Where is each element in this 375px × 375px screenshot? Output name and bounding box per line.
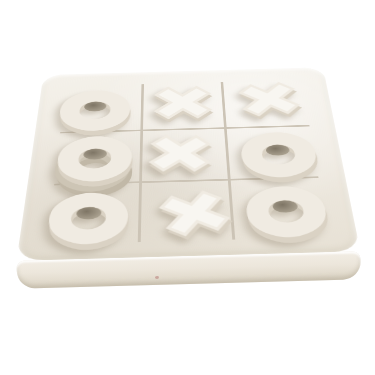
piece-top-glyph: ○	[60, 132, 129, 179]
piece-top-glyph: ○	[51, 187, 125, 240]
cell-r1c1[interactable]: ✖✖	[142, 129, 230, 184]
piece-top-glyph: ✖	[143, 130, 217, 181]
board-tilt-wrapper: ○○✖✖✖✖○○○○✖✖○○○○✖✖○○	[0, 0, 375, 375]
cell-r2c0[interactable]: ○○	[47, 183, 142, 245]
cell-r0c1[interactable]: ✖✖	[143, 82, 226, 131]
piece-top-glyph: ○	[248, 181, 325, 234]
ring-piece-r1c2[interactable]: ○○	[238, 127, 321, 175]
piece-top-glyph: ○	[243, 128, 315, 175]
piece-top-glyph: ✖	[149, 80, 217, 127]
piece-top-glyph: ○	[62, 86, 127, 128]
marble-speck	[155, 276, 159, 279]
cell-r2c2[interactable]: ○○	[230, 178, 328, 239]
ring-piece-r0c0[interactable]: ○○	[56, 85, 132, 128]
cell-r0c0[interactable]: ○○	[60, 84, 144, 133]
ring-piece-r2c2[interactable]: ○○	[242, 180, 331, 234]
ring-piece-r1c0[interactable]: ○○○○	[54, 131, 134, 179]
product-photo: ○○✖✖✖✖○○○○✖✖○○○○✖✖○○	[0, 0, 375, 375]
piece-top-glyph: ✖	[149, 181, 243, 249]
cell-r1c2[interactable]: ○○	[226, 126, 318, 180]
cross-piece-r1c1[interactable]: ✖✖	[140, 132, 220, 179]
ring-piece-r2c0[interactable]: ○○	[45, 187, 131, 242]
cross-piece-r0c1[interactable]: ✖✖	[146, 82, 221, 125]
cross-piece-r0c2[interactable]: ✖✖	[229, 77, 313, 123]
cell-r0c2[interactable]: ✖✖	[223, 80, 310, 129]
tictactoe-board: ○○✖✖✖✖○○○○✖✖○○○○✖✖○○	[16, 67, 360, 261]
board-scene: ○○✖✖✖✖○○○○✖✖○○○○✖✖○○	[7, 0, 360, 261]
cell-r1c0[interactable]: ○○○○	[54, 131, 143, 186]
cell-r2c1[interactable]: ✖✖	[141, 181, 235, 242]
